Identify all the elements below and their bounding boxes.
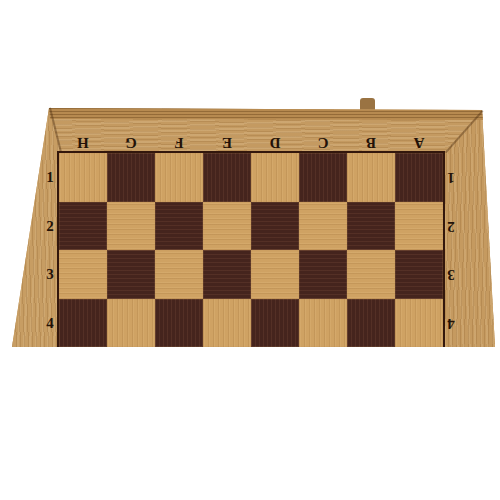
square-e2	[203, 202, 251, 251]
square-b4	[347, 299, 395, 348]
square-a2	[395, 202, 443, 251]
square-g2	[107, 202, 155, 251]
square-d2	[251, 202, 299, 251]
photo-canvas: HGFEDCBA11223344	[0, 0, 500, 500]
square-g1	[107, 153, 155, 202]
square-h2	[59, 202, 107, 251]
square-b3	[347, 250, 395, 299]
square-f1	[155, 153, 203, 202]
square-g4	[107, 299, 155, 348]
square-h1	[59, 153, 107, 202]
square-e3	[203, 250, 251, 299]
playing-field	[57, 151, 445, 347]
square-f2	[155, 202, 203, 251]
square-c4	[299, 299, 347, 348]
square-h3	[59, 250, 107, 299]
square-e1	[203, 153, 251, 202]
square-d3	[251, 250, 299, 299]
square-c2	[299, 202, 347, 251]
square-b1	[347, 153, 395, 202]
chessboard: HGFEDCBA11223344	[0, 96, 500, 347]
square-d1	[251, 153, 299, 202]
square-f4	[155, 299, 203, 348]
square-f3	[155, 250, 203, 299]
square-a4	[395, 299, 443, 348]
square-h4	[59, 299, 107, 348]
square-c1	[299, 153, 347, 202]
square-d4	[251, 299, 299, 348]
square-e4	[203, 299, 251, 348]
square-a1	[395, 153, 443, 202]
square-g3	[107, 250, 155, 299]
square-a3	[395, 250, 443, 299]
square-b2	[347, 202, 395, 251]
square-c3	[299, 250, 347, 299]
